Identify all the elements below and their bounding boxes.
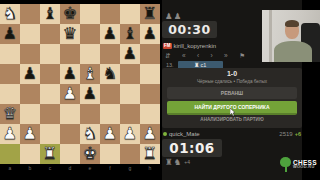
square-e2[interactable]: ♞	[80, 124, 100, 144]
square-f6[interactable]	[100, 44, 120, 64]
square-g3[interactable]	[120, 104, 140, 124]
square-c8[interactable]: ♝	[40, 4, 60, 24]
black-pawn[interactable]: ♟	[100, 24, 120, 44]
square-e7[interactable]	[80, 24, 100, 44]
square-d7[interactable]: ♛	[60, 24, 80, 44]
black-bishop[interactable]: ♝	[120, 24, 140, 44]
square-b4[interactable]	[20, 84, 40, 104]
square-h3[interactable]	[140, 104, 160, 124]
square-a5[interactable]	[0, 64, 20, 84]
black-queen[interactable]: ♛	[60, 24, 80, 44]
wall-edge	[269, 10, 272, 62]
captured-rook-icon: ♜	[165, 158, 173, 167]
white-pawn[interactable]: ♟	[100, 124, 120, 144]
result-score: 1-0	[162, 70, 302, 77]
file-label-c: c	[40, 164, 60, 172]
square-c5[interactable]	[40, 64, 60, 84]
file-label-f: f	[100, 164, 120, 172]
streamer-hair	[285, 20, 299, 27]
file-label-b: b	[20, 164, 40, 172]
prev-move-icon[interactable]: ‹	[197, 51, 199, 60]
square-f4[interactable]	[100, 84, 120, 104]
square-b8[interactable]	[20, 4, 40, 24]
square-g1[interactable]	[120, 144, 140, 164]
square-e5[interactable]: ♝	[80, 64, 100, 84]
title-badge: FM	[163, 43, 172, 49]
square-d2[interactable]	[60, 124, 80, 144]
square-h2[interactable]: ♟	[140, 124, 160, 144]
square-b6[interactable]	[20, 44, 40, 64]
square-a4[interactable]	[0, 84, 20, 104]
move-toolbar: ⇵«‹›»⚑	[165, 51, 245, 60]
online-dot	[163, 132, 167, 136]
black-bishop[interactable]: ♝	[40, 4, 60, 24]
square-g6[interactable]: ♟	[120, 44, 140, 64]
square-f2[interactable]: ♟	[100, 124, 120, 144]
next-move-icon[interactable]: ›	[211, 51, 213, 60]
square-h7[interactable]: ♟	[140, 24, 160, 44]
square-f7[interactable]: ♟	[100, 24, 120, 44]
square-b7[interactable]	[20, 24, 40, 44]
tree-icon	[280, 157, 291, 173]
square-g7[interactable]: ♝	[120, 24, 140, 44]
square-a2[interactable]: ♟	[0, 124, 20, 144]
captured-knight-icon: ♞	[174, 158, 182, 167]
square-b5[interactable]: ♟	[20, 64, 40, 84]
result-reason: Чёрные сдались • Победа белых	[162, 79, 302, 84]
black-knight[interactable]: ♞	[100, 64, 120, 84]
square-h4[interactable]	[140, 84, 160, 104]
material-advantage: +4	[184, 158, 190, 167]
file-label-e: e	[80, 164, 100, 172]
square-f1[interactable]	[100, 144, 120, 164]
square-g2[interactable]: ♟	[120, 124, 140, 144]
white-knight[interactable]: ♞	[0, 4, 20, 24]
white-pawn[interactable]: ♟	[120, 124, 140, 144]
file-label-d: d	[60, 164, 80, 172]
black-pawn[interactable]: ♟	[20, 64, 40, 84]
captured-pieces-bottom: ♜♞+4	[165, 158, 190, 167]
square-c6[interactable]	[40, 44, 60, 64]
square-c1[interactable]: ♜	[40, 144, 60, 164]
square-a8[interactable]: ♞	[0, 4, 20, 24]
square-f8[interactable]	[100, 4, 120, 24]
white-pawn[interactable]: ♟	[20, 124, 40, 144]
top-player-name[interactable]: kirill_kopyrenkin	[174, 43, 217, 49]
captured-pawn-icon: ♟	[174, 12, 182, 21]
analyze-game-button[interactable]: АНАЛИЗИРОВАТЬ ПАРТИЮ	[162, 117, 302, 122]
black-pawn[interactable]: ♟	[60, 64, 80, 84]
white-rook[interactable]: ♜	[140, 144, 160, 164]
square-d5[interactable]: ♟	[60, 64, 80, 84]
file-label-a: a	[0, 164, 20, 172]
bottom-player-rating: 2519	[279, 131, 292, 137]
bottom-player-clock: 01:06	[162, 139, 222, 157]
square-e3[interactable]	[80, 104, 100, 124]
square-d3[interactable]	[60, 104, 80, 124]
last-move-icon[interactable]: »	[224, 51, 228, 60]
flip-board-icon[interactable]: ⇵	[165, 51, 170, 60]
top-player-clock: 00:30	[162, 21, 217, 38]
square-h8[interactable]: ♜	[140, 4, 160, 24]
bottom-player-row[interactable]: quick_Mate 2519 +6	[163, 129, 301, 138]
square-e8[interactable]	[80, 4, 100, 24]
game-over-card: 1-0 Чёрные сдались • Победа белых РЕВАНШ…	[162, 68, 302, 128]
move-number: 13.	[166, 62, 174, 68]
square-g4[interactable]	[120, 84, 140, 104]
square-d1[interactable]	[60, 144, 80, 164]
square-e1[interactable]: ♚	[80, 144, 100, 164]
white-king[interactable]: ♚	[80, 144, 100, 164]
square-g8[interactable]	[120, 4, 140, 24]
black-pawn[interactable]: ♟	[120, 44, 140, 64]
square-c7[interactable]	[40, 24, 60, 44]
streamer-torso	[274, 41, 312, 62]
file-label-g: g	[120, 164, 140, 172]
black-pawn[interactable]: ♟	[80, 84, 100, 104]
stream-frame: ♞♝♚♜♟♛♟♝♟♟♟♟♝♞♟♟♛♟♟♞♟♟♟♜♚♜ abcdefgh ♟♟ 0…	[0, 0, 320, 180]
chesswood-logo: CHESS WOOD.RU	[280, 157, 317, 173]
black-pawn[interactable]: ♟	[0, 24, 20, 44]
square-a1[interactable]	[0, 144, 20, 164]
logo-text-line2: WOOD.RU	[293, 166, 317, 170]
webcam-video	[262, 10, 320, 62]
square-f5[interactable]: ♞	[100, 64, 120, 84]
square-a3[interactable]: ♛	[0, 104, 20, 124]
square-a6[interactable]	[0, 44, 20, 64]
file-coordinates: abcdefgh	[0, 164, 160, 172]
bottom-player-name[interactable]: quick_Mate	[169, 131, 200, 137]
square-b3[interactable]	[20, 104, 40, 124]
black-king[interactable]: ♚	[60, 4, 80, 24]
square-h6[interactable]	[140, 44, 160, 64]
file-label-h: h	[140, 164, 160, 172]
square-d8[interactable]: ♚	[60, 4, 80, 24]
square-d4[interactable]: ♟	[60, 84, 80, 104]
square-b2[interactable]: ♟	[20, 124, 40, 144]
white-knight[interactable]: ♞	[80, 124, 100, 144]
square-c2[interactable]	[40, 124, 60, 144]
captured-pawn-icon: ♟	[165, 12, 173, 21]
flag-icon[interactable]: ⚑	[239, 51, 245, 60]
white-pawn[interactable]: ♟	[60, 84, 80, 104]
black-pawn[interactable]: ♟	[140, 24, 160, 44]
square-e4[interactable]: ♟	[80, 84, 100, 104]
square-f3[interactable]	[100, 104, 120, 124]
square-b1[interactable]	[20, 144, 40, 164]
square-g5[interactable]	[120, 64, 140, 84]
square-h1[interactable]: ♜	[140, 144, 160, 164]
first-move-icon[interactable]: «	[182, 51, 186, 60]
black-rook[interactable]: ♜	[140, 4, 160, 24]
captured-pieces-top: ♟♟	[165, 12, 181, 21]
square-a7[interactable]: ♟	[0, 24, 20, 44]
white-bishop[interactable]: ♝	[80, 64, 100, 84]
square-c3[interactable]	[40, 104, 60, 124]
square-c4[interactable]	[40, 84, 60, 104]
white-queen[interactable]: ♛	[0, 104, 20, 124]
bottom-player-rating-change: +6	[295, 131, 301, 137]
square-d6[interactable]	[60, 44, 80, 64]
rematch-button[interactable]: РЕВАНШ	[167, 87, 297, 99]
square-e6[interactable]	[80, 44, 100, 64]
white-rook[interactable]: ♜	[40, 144, 60, 164]
white-pawn[interactable]: ♟	[140, 124, 160, 144]
white-pawn[interactable]: ♟	[0, 124, 20, 144]
mouse-cursor	[230, 108, 236, 116]
square-h5[interactable]	[140, 64, 160, 84]
chess-board[interactable]: ♞♝♚♜♟♛♟♝♟♟♟♟♝♞♟♟♛♟♟♞♟♟♟♜♚♜	[0, 4, 160, 164]
